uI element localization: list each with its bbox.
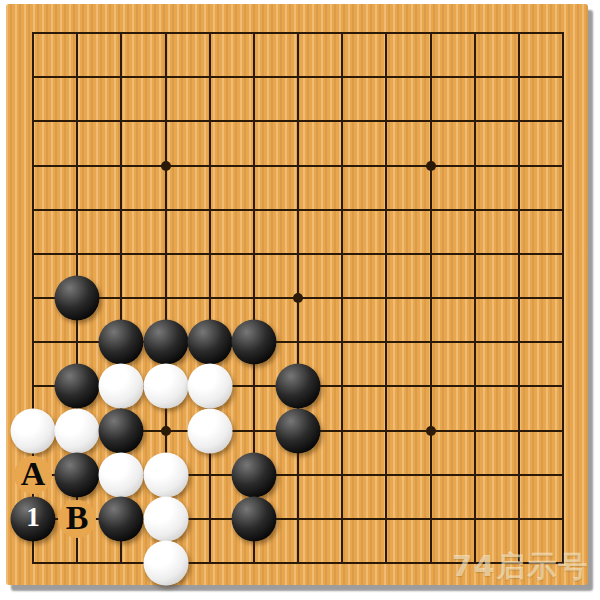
page: AB1 74启示号 <box>0 0 600 600</box>
star-point <box>161 161 171 171</box>
black-stone <box>276 364 321 409</box>
point-label-b: B <box>66 500 89 534</box>
black-stone <box>99 408 144 453</box>
grid-line-vertical <box>518 32 520 564</box>
go-board[interactable]: AB1 <box>6 4 588 585</box>
black-stone <box>143 320 188 365</box>
white-stone <box>143 452 188 497</box>
black-stone <box>187 320 232 365</box>
point-label-a: A <box>21 456 46 490</box>
white-stone <box>99 364 144 409</box>
grid-line-vertical <box>474 32 476 564</box>
black-stone <box>231 496 276 541</box>
black-stone <box>55 276 100 321</box>
black-stone <box>231 320 276 365</box>
white-stone <box>55 408 100 453</box>
star-point <box>426 161 436 171</box>
black-stone <box>276 408 321 453</box>
star-point <box>426 426 436 436</box>
white-stone <box>143 541 188 586</box>
black-stone <box>99 496 144 541</box>
white-stone <box>187 408 232 453</box>
grid-line-vertical <box>430 32 432 564</box>
white-stone <box>143 496 188 541</box>
white-stone <box>143 364 188 409</box>
move-number-1: 1 <box>26 504 40 531</box>
grid-line-vertical <box>385 32 387 564</box>
star-point <box>161 426 171 436</box>
black-stone <box>99 320 144 365</box>
black-stone <box>55 364 100 409</box>
star-point <box>293 293 303 303</box>
grid-line-vertical <box>562 32 564 564</box>
white-stone <box>99 452 144 497</box>
white-stone <box>11 408 56 453</box>
black-stone <box>231 452 276 497</box>
white-stone <box>187 364 232 409</box>
grid-line-vertical <box>341 32 343 564</box>
watermark: 74启示号 <box>452 547 592 587</box>
black-stone <box>55 452 100 497</box>
